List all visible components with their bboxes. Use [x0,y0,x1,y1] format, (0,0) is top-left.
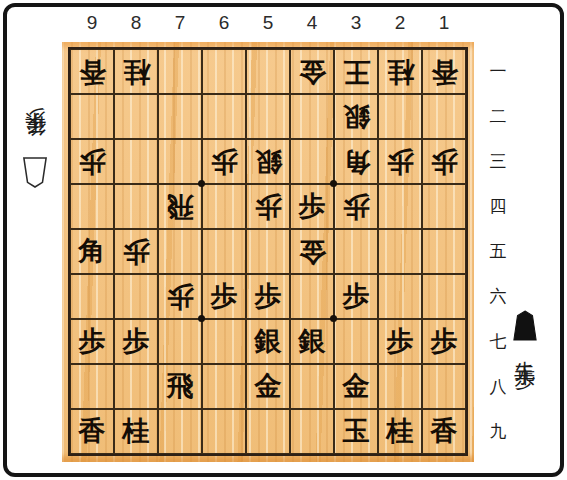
sente-player-block: 先手 歩 [506,310,544,450]
gote-piece: 金 [299,58,326,85]
board-cell[interactable] [114,364,158,409]
board-cell[interactable] [70,364,114,409]
sente-piece: 香 [431,418,458,445]
sente-piece: 歩 [343,283,370,310]
board-cell[interactable]: 金 [334,364,378,409]
board-cell[interactable] [70,94,114,139]
board-cell[interactable] [334,319,378,364]
gote-piece: 歩 [79,148,106,175]
board-cell[interactable]: 歩 [334,184,378,229]
sente-label: 先手 [515,344,536,348]
board-cell[interactable]: 歩 [290,184,334,229]
gote-piece: 桂 [387,58,414,85]
board-cell[interactable]: 香 [70,49,114,94]
gote-piece: 銀 [343,103,370,130]
sente-piece: 歩 [387,328,414,355]
gote-piece: 歩 [123,238,150,265]
board-cell[interactable]: 飛 [158,364,202,409]
board-cell[interactable] [114,184,158,229]
board-cell[interactable] [202,364,246,409]
file-label: 5 [246,12,290,34]
rank-label: 五 [486,229,510,274]
board-cell[interactable] [202,229,246,274]
board-cell[interactable] [246,409,290,454]
board-cell[interactable]: 歩 [378,139,422,184]
gote-piece: 銀 [255,148,282,175]
board-cell[interactable]: 角 [70,229,114,274]
file-label: 8 [114,12,158,34]
rank-label: 二 [486,94,510,139]
board-cell[interactable] [378,364,422,409]
board-cell[interactable]: 歩 [70,139,114,184]
board-cell[interactable] [378,229,422,274]
gote-piece: 歩 [211,148,238,175]
sente-piece: 歩 [79,328,106,355]
file-labels: 9 8 7 6 5 4 3 2 1 [70,12,466,34]
board-cell[interactable]: 歩 [114,229,158,274]
board-cell[interactable] [158,409,202,454]
gote-piece-icon [22,157,48,188]
board-cell[interactable] [114,274,158,319]
board-cell[interactable] [290,274,334,319]
gote-piece: 王 [343,58,370,85]
sente-piece: 歩 [431,328,458,355]
sente-piece: 歩 [299,193,326,220]
shogi-board-grid: 香桂金王桂香銀歩歩銀角歩歩飛歩歩歩角歩金歩歩歩歩歩歩銀銀歩歩飛金金香桂玉桂香 [68,47,468,456]
board-cell[interactable] [422,364,466,409]
board-cell[interactable] [202,319,246,364]
board-cell[interactable] [246,229,290,274]
board-cell[interactable] [378,274,422,319]
board-cell[interactable]: 歩 [378,319,422,364]
board-cell[interactable] [290,364,334,409]
board-cell[interactable]: 桂 [378,409,422,454]
sente-piece: 桂 [123,418,150,445]
gote-piece: 飛 [167,193,194,220]
file-label: 1 [422,12,466,34]
sente-piece: 金 [343,373,370,400]
board-cell[interactable] [334,229,378,274]
board-cell[interactable]: 王 [334,49,378,94]
gote-piece: 歩 [255,193,282,220]
sente-piece: 金 [255,373,282,400]
board-cell[interactable]: 歩 [70,319,114,364]
board-cell[interactable]: 飛 [158,184,202,229]
file-label: 6 [202,12,246,34]
board-cell[interactable] [158,94,202,139]
board-cell[interactable]: 角 [334,139,378,184]
board-cell[interactable] [202,49,246,94]
gote-piece: 香 [431,58,458,85]
board-cell[interactable]: 金 [246,364,290,409]
board-cell[interactable]: 歩 [246,184,290,229]
board-cell[interactable]: 金 [290,229,334,274]
sente-piece: 香 [79,418,106,445]
file-label: 4 [290,12,334,34]
board-cell[interactable] [290,409,334,454]
gote-player-block: 後手 歩 [16,46,54,188]
board-cell[interactable] [290,139,334,184]
board-cell[interactable]: 銀 [246,319,290,364]
board-cell[interactable] [202,409,246,454]
board-cell[interactable] [378,94,422,139]
board-cell[interactable]: 銀 [290,319,334,364]
board-cell[interactable]: 歩 [422,139,466,184]
gote-piece: 歩 [431,148,458,175]
sente-piece: 飛 [167,373,194,400]
rank-label: 三 [486,139,510,184]
gote-piece: 歩 [343,193,370,220]
board-cell[interactable]: 歩 [246,274,290,319]
sente-piece: 銀 [299,328,326,355]
board-cell[interactable]: 香 [422,49,466,94]
board-cell[interactable] [422,94,466,139]
board-cell[interactable]: 玉 [334,409,378,454]
board-cell[interactable] [114,139,158,184]
board-cell[interactable]: 銀 [246,139,290,184]
gote-hand-piece[interactable]: 歩 [25,104,46,132]
gote-label: 後手 [25,150,46,154]
rank-label: 四 [486,184,510,229]
board-cell[interactable] [290,94,334,139]
gote-piece: 香 [79,58,106,85]
board-cell[interactable]: 金 [290,49,334,94]
board-cell[interactable] [422,274,466,319]
board-cell[interactable] [202,184,246,229]
sente-piece: 玉 [343,418,370,445]
board-cell[interactable] [158,319,202,364]
star-point [198,315,205,322]
board-cell[interactable] [202,94,246,139]
board-cell[interactable] [158,139,202,184]
sente-piece: 歩 [123,328,150,355]
board-cell[interactable]: 桂 [114,409,158,454]
board-cell[interactable] [246,49,290,94]
sente-piece: 銀 [255,328,282,355]
board-cell[interactable] [158,229,202,274]
shogi-board: 香桂金王桂香銀歩歩銀角歩歩飛歩歩歩角歩金歩歩歩歩歩歩銀銀歩歩飛金金香桂玉桂香 [62,42,474,462]
board-cell[interactable]: 香 [422,409,466,454]
board-cell[interactable] [378,184,422,229]
board-cell[interactable]: 歩 [114,319,158,364]
sente-piece-icon [512,310,538,341]
file-label: 9 [70,12,114,34]
gote-piece: 角 [343,148,370,175]
board-cell[interactable]: 歩 [422,319,466,364]
board-cell[interactable] [422,184,466,229]
board-cell[interactable] [70,184,114,229]
sente-piece: 歩 [211,283,238,310]
board-cell[interactable]: 歩 [158,274,202,319]
star-point [330,180,337,187]
board-cell[interactable]: 桂 [114,49,158,94]
board-cell[interactable]: 香 [70,409,114,454]
board-cell[interactable] [246,94,290,139]
board-cell[interactable] [114,94,158,139]
file-label: 3 [334,12,378,34]
board-cell[interactable]: 銀 [334,94,378,139]
board-cell[interactable]: 歩 [202,274,246,319]
board-cell[interactable]: 歩 [334,274,378,319]
rank-label: 一 [486,49,510,94]
sente-piece: 桂 [387,418,414,445]
file-label: 7 [158,12,202,34]
gote-piece: 歩 [387,148,414,175]
sente-piece: 歩 [255,283,282,310]
star-point [330,315,337,322]
sente-piece: 角 [79,238,106,265]
shogi-diagram: 9 8 7 6 5 4 3 2 1 一 二 三 四 五 六 七 八 九 香桂金王… [0,0,567,480]
board-cell[interactable] [158,49,202,94]
gote-piece: 金 [299,238,326,265]
board-cell[interactable]: 桂 [378,49,422,94]
file-label: 2 [378,12,422,34]
sente-hand-piece[interactable]: 歩 [515,366,536,394]
board-cell[interactable] [70,274,114,319]
gote-piece: 桂 [123,58,150,85]
gote-piece: 歩 [167,283,194,310]
star-point [198,180,205,187]
board-cell[interactable] [422,229,466,274]
board-cell[interactable]: 歩 [202,139,246,184]
